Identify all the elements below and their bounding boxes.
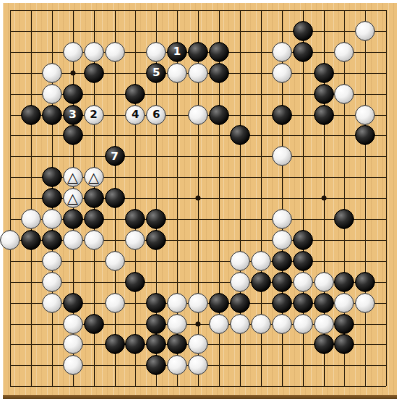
- white-stone[interactable]: [105, 42, 125, 62]
- move-number-label: 6: [152, 109, 160, 120]
- white-stone[interactable]: [167, 293, 187, 313]
- black-stone[interactable]: [63, 293, 83, 313]
- move-number-label: 7: [111, 151, 119, 162]
- black-stone[interactable]: [314, 293, 334, 313]
- move-number-label: 3: [69, 109, 77, 120]
- triangle-mark: △: [67, 191, 78, 205]
- black-stone[interactable]: [84, 314, 104, 334]
- white-stone[interactable]: [272, 42, 292, 62]
- white-stone[interactable]: 2: [84, 105, 104, 125]
- black-stone[interactable]: [230, 125, 250, 145]
- white-stone[interactable]: [293, 314, 313, 334]
- black-stone[interactable]: [293, 230, 313, 250]
- white-stone[interactable]: [293, 272, 313, 292]
- white-stone[interactable]: [42, 251, 62, 271]
- black-stone[interactable]: [355, 125, 375, 145]
- grid-line: [10, 261, 386, 262]
- white-stone[interactable]: [42, 209, 62, 229]
- white-stone[interactable]: △: [63, 167, 83, 187]
- black-stone[interactable]: [334, 314, 354, 334]
- white-stone[interactable]: [230, 314, 250, 334]
- white-stone[interactable]: [146, 42, 166, 62]
- white-stone[interactable]: [63, 314, 83, 334]
- white-stone[interactable]: [355, 293, 375, 313]
- white-stone[interactable]: [314, 272, 334, 292]
- black-stone[interactable]: [334, 272, 354, 292]
- black-stone[interactable]: [334, 209, 354, 229]
- white-stone[interactable]: [167, 355, 187, 375]
- star-point: [70, 70, 75, 75]
- white-stone[interactable]: [334, 84, 354, 104]
- black-stone[interactable]: [167, 334, 187, 354]
- black-stone[interactable]: [314, 84, 334, 104]
- white-stone[interactable]: [21, 209, 41, 229]
- white-stone[interactable]: [167, 63, 187, 83]
- white-stone[interactable]: [314, 314, 334, 334]
- white-stone[interactable]: [272, 146, 292, 166]
- white-stone[interactable]: [334, 293, 354, 313]
- black-stone[interactable]: [21, 105, 41, 125]
- black-stone[interactable]: [105, 334, 125, 354]
- black-stone[interactable]: [42, 167, 62, 187]
- move-number-label: 5: [152, 67, 160, 78]
- black-stone[interactable]: 3: [63, 105, 83, 125]
- white-stone[interactable]: △: [63, 188, 83, 208]
- white-stone[interactable]: [355, 105, 375, 125]
- white-stone[interactable]: [84, 42, 104, 62]
- black-stone[interactable]: [125, 272, 145, 292]
- triangle-mark: △: [67, 170, 78, 184]
- white-stone[interactable]: [63, 334, 83, 354]
- white-stone[interactable]: [0, 230, 20, 250]
- black-stone[interactable]: [84, 209, 104, 229]
- black-stone[interactable]: [42, 230, 62, 250]
- white-stone[interactable]: [63, 230, 83, 250]
- white-stone[interactable]: [167, 314, 187, 334]
- black-stone[interactable]: [272, 251, 292, 271]
- white-stone[interactable]: [209, 314, 229, 334]
- black-stone[interactable]: [146, 355, 166, 375]
- black-stone[interactable]: [146, 314, 166, 334]
- white-stone[interactable]: [230, 251, 250, 271]
- white-stone[interactable]: [272, 63, 292, 83]
- black-stone[interactable]: [334, 334, 354, 354]
- white-stone[interactable]: [125, 230, 145, 250]
- white-stone[interactable]: [334, 42, 354, 62]
- triangle-mark: △: [88, 170, 99, 184]
- white-stone[interactable]: [42, 293, 62, 313]
- black-stone[interactable]: [251, 272, 271, 292]
- white-stone[interactable]: [63, 355, 83, 375]
- white-stone[interactable]: [251, 251, 271, 271]
- white-stone[interactable]: 6: [146, 105, 166, 125]
- white-stone[interactable]: [42, 63, 62, 83]
- grid-line: [386, 10, 387, 386]
- white-stone[interactable]: [105, 293, 125, 313]
- black-stone[interactable]: [63, 125, 83, 145]
- black-stone[interactable]: 1: [167, 42, 187, 62]
- white-stone[interactable]: [105, 251, 125, 271]
- grid-line: [365, 10, 366, 386]
- white-stone[interactable]: [272, 230, 292, 250]
- white-stone[interactable]: [188, 355, 208, 375]
- black-stone[interactable]: [293, 21, 313, 41]
- star-point: [196, 321, 201, 326]
- white-stone[interactable]: △: [84, 167, 104, 187]
- black-stone[interactable]: [84, 63, 104, 83]
- black-stone[interactable]: [188, 42, 208, 62]
- black-stone[interactable]: [125, 334, 145, 354]
- white-stone[interactable]: 4: [125, 105, 145, 125]
- black-stone[interactable]: [314, 63, 334, 83]
- black-stone[interactable]: [272, 105, 292, 125]
- white-stone[interactable]: [42, 84, 62, 104]
- black-stone[interactable]: [355, 272, 375, 292]
- black-stone[interactable]: [42, 188, 62, 208]
- black-stone[interactable]: [314, 334, 334, 354]
- black-stone[interactable]: [125, 84, 145, 104]
- white-stone[interactable]: [188, 105, 208, 125]
- black-stone[interactable]: [293, 293, 313, 313]
- white-stone[interactable]: [251, 314, 271, 334]
- black-stone[interactable]: [293, 251, 313, 271]
- white-stone[interactable]: [355, 21, 375, 41]
- white-stone[interactable]: [272, 209, 292, 229]
- black-stone[interactable]: [209, 63, 229, 83]
- black-stone[interactable]: [21, 230, 41, 250]
- black-stone[interactable]: [146, 230, 166, 250]
- black-stone[interactable]: [209, 293, 229, 313]
- black-stone[interactable]: [146, 334, 166, 354]
- black-stone[interactable]: 5: [146, 63, 166, 83]
- grid-line: [10, 386, 386, 387]
- move-number-label: 4: [132, 109, 140, 120]
- black-stone[interactable]: [209, 42, 229, 62]
- star-point: [196, 196, 201, 201]
- black-stone[interactable]: [105, 188, 125, 208]
- go-board[interactable]: 1532467△△△: [3, 3, 397, 395]
- black-stone[interactable]: [146, 209, 166, 229]
- move-number-label: 1: [173, 46, 181, 57]
- black-stone[interactable]: [209, 105, 229, 125]
- white-stone[interactable]: [42, 272, 62, 292]
- black-stone[interactable]: [314, 105, 334, 125]
- white-stone[interactable]: [272, 314, 292, 334]
- black-stone[interactable]: [63, 209, 83, 229]
- board-bottom-edge: [3, 395, 397, 399]
- black-stone[interactable]: [63, 84, 83, 104]
- black-stone[interactable]: [230, 293, 250, 313]
- white-stone[interactable]: [188, 334, 208, 354]
- star-point: [321, 196, 326, 201]
- black-stone[interactable]: [125, 209, 145, 229]
- black-stone[interactable]: [146, 293, 166, 313]
- black-stone[interactable]: [272, 272, 292, 292]
- black-stone[interactable]: [42, 105, 62, 125]
- black-stone[interactable]: 7: [105, 146, 125, 166]
- black-stone[interactable]: [272, 293, 292, 313]
- white-stone[interactable]: [63, 42, 83, 62]
- move-number-label: 2: [90, 109, 98, 120]
- black-stone[interactable]: [293, 42, 313, 62]
- white-stone[interactable]: [84, 230, 104, 250]
- white-stone[interactable]: [230, 272, 250, 292]
- white-stone[interactable]: [188, 63, 208, 83]
- screenshot-root: { "game": "go", "board": { "size": 19, "…: [0, 0, 400, 403]
- white-stone[interactable]: [188, 293, 208, 313]
- black-stone[interactable]: [84, 188, 104, 208]
